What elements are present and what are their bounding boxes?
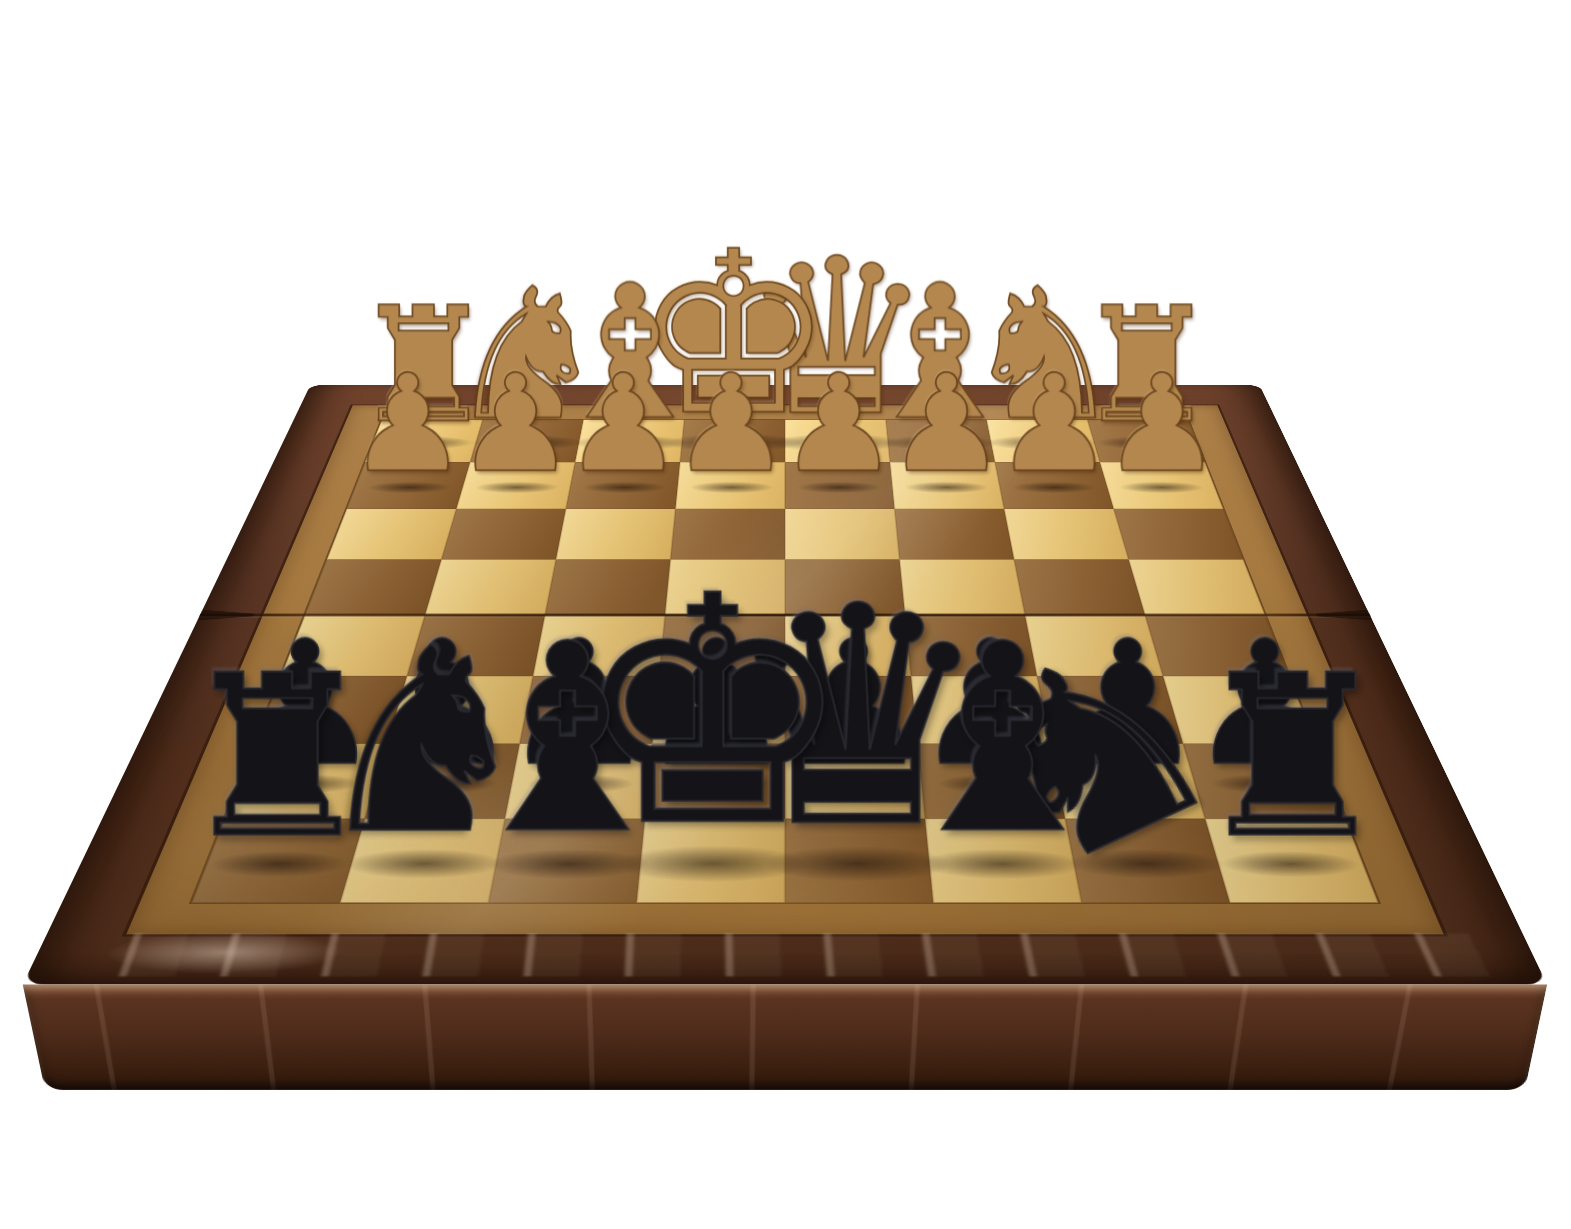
square-g2[interactable] — [456, 462, 575, 508]
square-f2[interactable] — [566, 462, 680, 508]
square-c1[interactable] — [886, 420, 995, 463]
square-f1[interactable] — [575, 420, 684, 463]
square-a3[interactable] — [1114, 509, 1244, 560]
square-h1[interactable] — [365, 420, 483, 463]
square-h3[interactable] — [327, 509, 457, 560]
board-front-edge — [23, 985, 1548, 1090]
board-scene: ♜♞♝♛♚♝♞♜♟♟♟♟♟♟♟♟♟♟♟♟♟♟♟♟♜♞♝♛♚♝♞♜ — [0, 0, 1571, 1229]
square-a1[interactable] — [1087, 420, 1205, 463]
square-d1[interactable] — [785, 420, 890, 463]
black-rook[interactable]: ♜ — [132, 646, 422, 870]
square-h2[interactable] — [347, 462, 470, 508]
square-e1[interactable] — [680, 420, 785, 463]
chess-board: ♜♞♝♛♚♝♞♜♟♟♟♟♟♟♟♟♟♟♟♟♟♟♟♟♜♞♝♛♚♝♞♜ — [23, 385, 1548, 985]
square-g1[interactable] — [470, 420, 583, 463]
square-a2[interactable] — [1100, 462, 1223, 508]
square-c2[interactable] — [890, 462, 1004, 508]
square-d2[interactable] — [785, 462, 895, 508]
square-b3[interactable] — [1004, 509, 1129, 560]
square-b1[interactable] — [987, 420, 1100, 463]
square-e2[interactable] — [675, 462, 785, 508]
square-b2[interactable] — [995, 462, 1114, 508]
square-g3[interactable] — [441, 509, 566, 560]
product-photo-background: ♜♞♝♛♚♝♞♜♟♟♟♟♟♟♟♟♟♟♟♟♟♟♟♟♜♞♝♛♚♝♞♜ — [0, 0, 1571, 1229]
